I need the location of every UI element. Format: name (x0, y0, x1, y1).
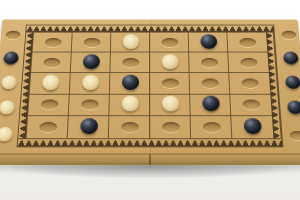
fold-seam-notch (149, 155, 151, 165)
grid-cell-r4c2[interactable] (69, 94, 110, 116)
black-marble[interactable] (3, 51, 19, 64)
grid-cell-r2c1[interactable] (31, 53, 72, 74)
black-marble[interactable] (202, 96, 220, 112)
board-grid (27, 33, 274, 139)
photo-scene (0, 0, 300, 200)
grid-cell-r5c1[interactable] (27, 116, 69, 138)
wood-marble[interactable] (0, 127, 12, 141)
right-tray-slot-3[interactable] (282, 71, 300, 96)
black-marble[interactable] (82, 54, 99, 69)
grid-cell-r1c3[interactable] (111, 33, 150, 53)
divot (239, 38, 256, 47)
front-edge (0, 154, 300, 165)
divot (43, 58, 60, 67)
grid-cell-r2c3[interactable] (110, 53, 150, 74)
left-tray-slot-1[interactable] (2, 23, 22, 47)
divot (161, 38, 178, 47)
divot (203, 122, 221, 132)
black-marble[interactable] (244, 118, 262, 134)
divot (240, 58, 257, 67)
grid-cell-r4c5[interactable] (190, 94, 231, 116)
right-tray-slot-4[interactable] (284, 96, 300, 122)
grid-cell-r2c2[interactable] (71, 53, 111, 74)
right-tray-slot-2[interactable] (280, 46, 300, 70)
right-tray-slot-1[interactable] (278, 23, 298, 47)
grid-cell-r3c2[interactable] (70, 73, 111, 94)
grid-cell-r1c1[interactable] (33, 33, 73, 53)
divot (121, 122, 138, 132)
wood-marble[interactable] (81, 75, 98, 90)
grid-cell-r4c4[interactable] (150, 94, 191, 116)
grid-cell-r2c4[interactable] (150, 53, 190, 74)
black-marble[interactable] (282, 51, 298, 64)
game-board (0, 19, 300, 165)
divot (161, 79, 178, 88)
black-marble[interactable] (121, 75, 138, 90)
grid-cell-r1c5[interactable] (189, 33, 229, 53)
wood-marble[interactable] (0, 76, 16, 89)
wood-marble[interactable] (121, 96, 138, 112)
grid-cell-r4c6[interactable] (230, 94, 272, 116)
divot (162, 122, 179, 132)
divot (39, 122, 57, 132)
grid-cell-r3c6[interactable] (229, 73, 270, 94)
board-surface (0, 19, 300, 153)
wood-marble[interactable] (122, 34, 139, 48)
black-marble[interactable] (284, 76, 300, 89)
wood-marble[interactable] (0, 101, 15, 115)
divot (201, 58, 218, 67)
left-tray-slot-4[interactable] (0, 96, 16, 122)
grid-cell-r4c3[interactable] (109, 94, 150, 116)
grid-cell-r2c6[interactable] (228, 53, 269, 74)
left-tray-slot-2[interactable] (0, 46, 20, 70)
zigzag-border-frame (17, 25, 284, 148)
wood-marble[interactable] (162, 96, 179, 112)
divot (81, 100, 98, 110)
divot (281, 31, 296, 39)
grid-cell-r2c5[interactable] (189, 53, 229, 74)
grid-cell-r3c1[interactable] (30, 73, 71, 94)
divot (289, 131, 300, 140)
grid-cell-r3c3[interactable] (110, 73, 150, 94)
grid-cell-r5c2[interactable] (68, 116, 110, 138)
divot (5, 31, 20, 39)
black-marble[interactable] (200, 34, 217, 48)
divot (44, 38, 61, 47)
grid-cell-r3c5[interactable] (190, 73, 231, 94)
playing-field (14, 20, 286, 153)
grid-cell-r1c6[interactable] (227, 33, 267, 53)
wood-marble[interactable] (161, 54, 178, 69)
divot (241, 79, 259, 88)
grid-cell-r5c4[interactable] (150, 116, 191, 138)
grid-cell-r1c2[interactable] (72, 33, 112, 53)
divot (122, 58, 139, 67)
grid-cell-r4c1[interactable] (28, 94, 70, 116)
grid-cell-r5c6[interactable] (231, 116, 273, 138)
black-marble[interactable] (286, 101, 300, 115)
divot (201, 79, 218, 88)
right-tray-slot-5[interactable] (286, 122, 300, 149)
divot (40, 100, 58, 110)
grid-cell-r3c4[interactable] (150, 73, 190, 94)
grid-cell-r5c5[interactable] (191, 116, 233, 138)
divot (83, 38, 100, 47)
left-tray-slot-5[interactable] (0, 122, 14, 149)
grid-cell-r1c4[interactable] (150, 33, 189, 53)
grid-cell-r5c3[interactable] (109, 116, 150, 138)
wood-marble[interactable] (41, 75, 59, 90)
black-marble[interactable] (80, 118, 98, 134)
divot (243, 100, 261, 110)
left-tray-slot-3[interactable] (0, 71, 18, 96)
